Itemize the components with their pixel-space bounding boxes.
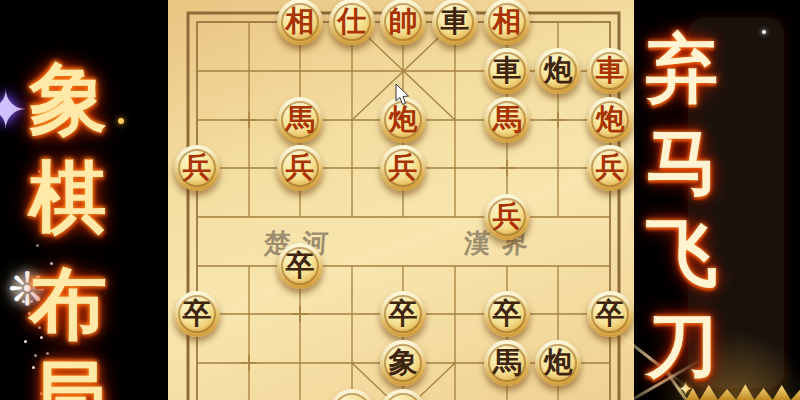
piece-character: 車 (441, 7, 470, 36)
piece-red-advisor[interactable]: 仕 (329, 0, 375, 45)
piece-character: 相 (493, 7, 522, 36)
xiangqi-board[interactable]: 楚河 漢界 相仕帥車相車炮車馬炮馬炮兵兵兵兵兵卒卒卒卒卒象馬炮 (168, 0, 634, 400)
piece-character: 炮 (544, 348, 573, 377)
piece-red-general[interactable]: 帥 (380, 0, 426, 45)
piece-character: 車 (493, 56, 522, 85)
screenshot-root: { "game": "xiangqi (Chinese chess)", "ba… (0, 0, 800, 400)
piece-black-soldier[interactable]: 卒 (380, 291, 426, 337)
piece-red-soldier[interactable]: 兵 (277, 145, 323, 191)
piece-character: 卒 (493, 299, 522, 328)
piece-character: 兵 (183, 153, 212, 182)
piece-character: 兵 (596, 153, 625, 182)
piece-character: 炮 (389, 105, 418, 134)
piece-character: 兵 (389, 153, 418, 182)
piece-character: 兵 (493, 202, 522, 231)
particle-spray-decoration (22, 300, 25, 303)
piece-character: 帥 (389, 7, 418, 36)
banner-right-char: 飞 (640, 217, 724, 289)
banner-left-char: 象 (26, 60, 110, 138)
piece-character: 炮 (596, 105, 625, 134)
piece-red-cannon[interactable]: 炮 (587, 97, 633, 143)
banner-left-char: 棋 (26, 158, 110, 236)
piece-character: 炮 (544, 56, 573, 85)
position-marker (499, 160, 515, 176)
piece-black-chariot[interactable]: 車 (484, 48, 530, 94)
piece-red-soldier[interactable]: 兵 (587, 145, 633, 191)
banner-left-char: 局 (26, 358, 110, 400)
piece-red-soldier[interactable]: 兵 (484, 194, 530, 240)
piece-black-soldier[interactable]: 卒 (587, 291, 633, 337)
piece-character: 車 (596, 56, 625, 85)
piece-character: 卒 (596, 299, 625, 328)
piece-red-elephant[interactable]: 相 (277, 0, 323, 45)
piece-character: 卒 (286, 251, 315, 280)
position-marker (241, 112, 257, 128)
banner-right-char: 马 (640, 126, 724, 198)
banner-left-char: 布 (26, 265, 110, 343)
banner-right-char: 刀 (640, 309, 724, 381)
piece-black-elephant[interactable]: 象 (380, 340, 426, 386)
piece-red-soldier[interactable]: 兵 (380, 145, 426, 191)
piece-red-soldier[interactable]: 兵 (174, 145, 220, 191)
piece-red-horse[interactable]: 馬 (277, 97, 323, 143)
purple-star-sparkle-icon: ✦ (0, 80, 28, 140)
left-title-banner: ✦ ❊ 象 棋 布 局 (0, 0, 168, 400)
piece-red-elephant[interactable]: 相 (484, 0, 530, 45)
piece-character: 馬 (493, 105, 522, 134)
piece-red-chariot[interactable]: 車 (587, 48, 633, 94)
piece-black-cannon[interactable]: 炮 (535, 340, 581, 386)
piece-character: 卒 (183, 299, 212, 328)
piece-black-soldier[interactable]: 卒 (174, 291, 220, 337)
piece-character: 仕 (338, 7, 367, 36)
piece-red-horse[interactable]: 馬 (484, 97, 530, 143)
piece-black-horse[interactable]: 馬 (484, 340, 530, 386)
position-marker (550, 112, 566, 128)
mouse-cursor-icon (395, 84, 411, 106)
piece-black-soldier[interactable]: 卒 (484, 291, 530, 337)
piece-character: 卒 (389, 299, 418, 328)
gold-dot-sparkle-icon (118, 118, 124, 124)
right-title-banner: ✦ 弃 马 飞 刀 (634, 0, 800, 400)
position-marker (292, 306, 308, 322)
piece-character: 象 (389, 348, 418, 377)
piece-character: 兵 (286, 153, 315, 182)
piece-black-cannon[interactable]: 炮 (535, 48, 581, 94)
white-dot-sparkle-icon (762, 30, 766, 34)
position-marker (241, 355, 257, 371)
banner-right-char: 弃 (640, 32, 724, 104)
piece-character: 相 (286, 7, 315, 36)
piece-character: 馬 (493, 348, 522, 377)
piece-character: 馬 (286, 105, 315, 134)
piece-black-soldier[interactable]: 卒 (277, 243, 323, 289)
piece-black-chariot[interactable]: 車 (432, 0, 478, 45)
